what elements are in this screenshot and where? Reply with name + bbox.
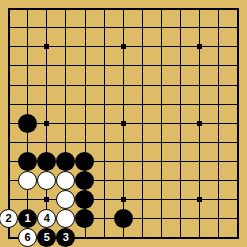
numbered-stone-6: 6 [18,228,37,247]
black-stone [37,152,56,171]
black-stone [18,114,37,133]
black-stone [18,152,37,171]
move-number-label: 1 [25,213,31,224]
black-stone [56,152,75,171]
white-stone [56,190,75,209]
white-stone [18,171,37,190]
white-stone [56,171,75,190]
move-number-label: 5 [44,232,50,243]
numbered-stone-1: 1 [18,209,37,228]
move-number-label: 6 [25,232,31,243]
numbered-stone-2: 2 [0,209,18,228]
black-stone [75,209,94,228]
white-stone [56,209,75,228]
black-stone [75,190,94,209]
black-stone [75,171,94,190]
move-number-label: 2 [5,213,11,224]
go-board[interactable]: 214653 [0,0,247,247]
black-stone [75,152,94,171]
stones-layer: 214653 [0,0,247,247]
move-number-label: 3 [63,232,69,243]
numbered-stone-4: 4 [37,209,56,228]
move-number-label: 4 [44,213,50,224]
numbered-stone-3: 3 [56,228,75,247]
white-stone [37,171,56,190]
black-stone [114,209,133,228]
numbered-stone-5: 5 [37,228,56,247]
